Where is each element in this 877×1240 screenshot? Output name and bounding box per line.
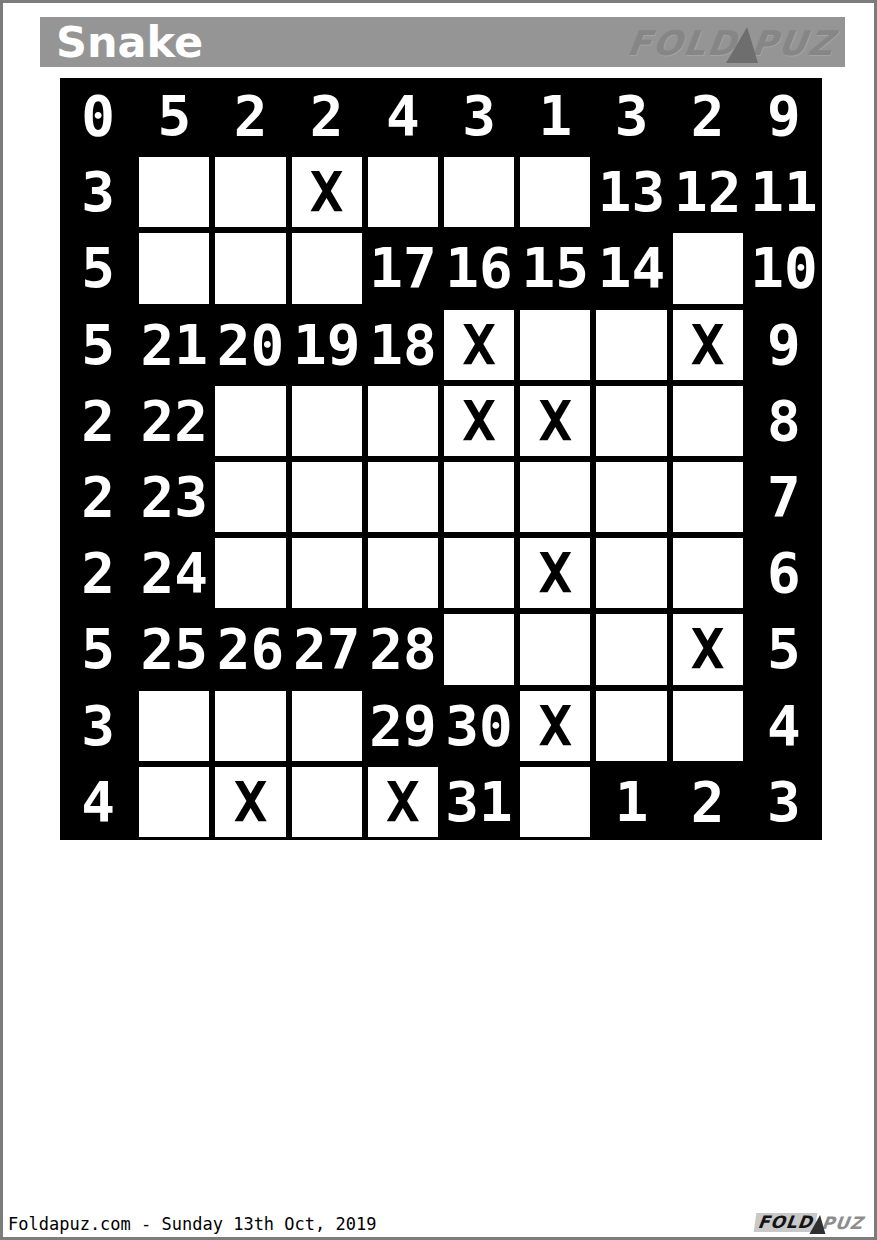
x-mark-cell[interactable]: X	[517, 688, 593, 764]
path-number-cell: 4	[746, 688, 822, 764]
path-number-cell: 8	[746, 383, 822, 459]
empty-cell[interactable]	[517, 611, 593, 687]
empty-cell[interactable]	[289, 383, 365, 459]
empty-cell[interactable]	[289, 230, 365, 306]
clue-cell: 1	[517, 78, 593, 154]
path-number-cell: 7	[746, 459, 822, 535]
clue-cell: 9	[746, 78, 822, 154]
clue-cell: 2	[60, 535, 136, 611]
path-number-cell: 20	[212, 307, 288, 383]
empty-cell[interactable]	[670, 230, 746, 306]
empty-cell[interactable]	[517, 459, 593, 535]
foldapuz-logo: FOLD PUZ	[625, 24, 837, 60]
empty-cell[interactable]	[517, 307, 593, 383]
empty-cell[interactable]	[517, 764, 593, 840]
empty-cell[interactable]	[289, 459, 365, 535]
empty-cell[interactable]	[212, 154, 288, 230]
clue-cell: 5	[136, 78, 212, 154]
empty-cell[interactable]	[441, 611, 517, 687]
path-number-cell: 26	[212, 611, 288, 687]
path-number-cell: 27	[289, 611, 365, 687]
empty-cell[interactable]	[365, 459, 441, 535]
x-mark-cell[interactable]: X	[441, 307, 517, 383]
empty-cell[interactable]	[136, 764, 212, 840]
x-mark-cell[interactable]: X	[517, 535, 593, 611]
footer-logo-a-triangle-icon	[810, 1215, 829, 1234]
path-number-cell: 30	[441, 688, 517, 764]
empty-cell[interactable]	[136, 230, 212, 306]
clue-cell: 4	[365, 78, 441, 154]
x-mark-cell[interactable]: X	[441, 383, 517, 459]
path-number-cell: 11	[746, 154, 822, 230]
logo-a-triangle-icon	[726, 27, 763, 63]
path-number-cell: 24	[136, 535, 212, 611]
empty-cell[interactable]	[441, 154, 517, 230]
puzzle-sheet: Snake FOLD PUZ 05224313293X1312115171615…	[0, 0, 877, 1240]
path-number-cell: 9	[746, 307, 822, 383]
path-number-cell: 13	[593, 154, 669, 230]
empty-cell[interactable]	[212, 459, 288, 535]
path-number-cell: 10	[746, 230, 822, 306]
empty-cell[interactable]	[212, 688, 288, 764]
empty-cell[interactable]	[670, 459, 746, 535]
title-bar: Snake FOLD PUZ	[40, 17, 845, 67]
path-number-cell: 2	[670, 764, 746, 840]
clue-cell: 5	[60, 230, 136, 306]
empty-cell[interactable]	[593, 535, 669, 611]
empty-cell[interactable]	[212, 535, 288, 611]
x-mark-cell[interactable]: X	[365, 764, 441, 840]
empty-cell[interactable]	[365, 535, 441, 611]
path-number-cell: 25	[136, 611, 212, 687]
clue-cell: 2	[60, 383, 136, 459]
x-mark-cell[interactable]: X	[212, 764, 288, 840]
path-number-cell: 16	[441, 230, 517, 306]
x-mark-cell[interactable]: X	[289, 154, 365, 230]
logo-text-fold: FOLD	[625, 26, 740, 60]
path-number-cell: 28	[365, 611, 441, 687]
clue-cell: 0	[60, 78, 136, 154]
path-number-cell: 14	[593, 230, 669, 306]
empty-cell[interactable]	[212, 230, 288, 306]
clue-cell: 2	[289, 78, 365, 154]
puzzle-grid: 05224313293X13121151716151410521201918XX…	[60, 78, 822, 840]
empty-cell[interactable]	[593, 307, 669, 383]
clue-cell: 5	[60, 611, 136, 687]
empty-cell[interactable]	[441, 535, 517, 611]
clue-cell: 2	[670, 78, 746, 154]
empty-cell[interactable]	[212, 383, 288, 459]
path-number-cell: 3	[746, 764, 822, 840]
path-number-cell: 22	[136, 383, 212, 459]
path-number-cell: 17	[365, 230, 441, 306]
path-number-cell: 23	[136, 459, 212, 535]
footer-logo-text-fold: FOLD	[754, 1213, 818, 1232]
empty-cell[interactable]	[365, 154, 441, 230]
empty-cell[interactable]	[593, 459, 669, 535]
clue-cell: 5	[60, 307, 136, 383]
empty-cell[interactable]	[593, 383, 669, 459]
clue-cell: 3	[441, 78, 517, 154]
clue-cell: 3	[60, 688, 136, 764]
empty-cell[interactable]	[517, 154, 593, 230]
path-number-cell: 15	[517, 230, 593, 306]
path-number-cell: 12	[670, 154, 746, 230]
clue-cell: 3	[60, 154, 136, 230]
path-number-cell: 18	[365, 307, 441, 383]
empty-cell[interactable]	[289, 535, 365, 611]
clue-cell: 3	[593, 78, 669, 154]
empty-cell[interactable]	[136, 688, 212, 764]
empty-cell[interactable]	[593, 688, 669, 764]
empty-cell[interactable]	[365, 383, 441, 459]
empty-cell[interactable]	[670, 535, 746, 611]
path-number-cell: 31	[441, 764, 517, 840]
empty-cell[interactable]	[136, 154, 212, 230]
path-number-cell: 6	[746, 535, 822, 611]
path-number-cell: 5	[746, 611, 822, 687]
empty-cell[interactable]	[289, 688, 365, 764]
empty-cell[interactable]	[670, 383, 746, 459]
path-number-cell: 29	[365, 688, 441, 764]
empty-cell[interactable]	[289, 764, 365, 840]
path-number-cell: 1	[593, 764, 669, 840]
x-mark-cell[interactable]: X	[670, 307, 746, 383]
empty-cell[interactable]	[593, 611, 669, 687]
path-number-cell: 19	[289, 307, 365, 383]
clue-cell: 2	[60, 459, 136, 535]
x-mark-cell[interactable]: X	[517, 383, 593, 459]
clue-cell: 2	[212, 78, 288, 154]
path-number-cell: 21	[136, 307, 212, 383]
x-mark-cell[interactable]: X	[670, 611, 746, 687]
page-title: Snake	[56, 21, 203, 64]
footer-credit: Foldapuz.com - Sunday 13th Oct, 2019	[8, 1214, 376, 1234]
clue-cell: 4	[60, 764, 136, 840]
footer-foldapuz-logo: FOLD PUZ	[754, 1213, 865, 1232]
empty-cell[interactable]	[670, 688, 746, 764]
empty-cell[interactable]	[441, 459, 517, 535]
